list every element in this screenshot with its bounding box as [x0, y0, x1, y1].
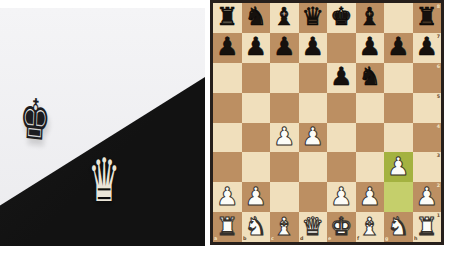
- square-b4[interactable]: [242, 123, 271, 153]
- square-e4[interactable]: [327, 123, 356, 153]
- photo-white-queen-piece: ♛: [88, 150, 118, 210]
- square-f1[interactable]: ♝f: [356, 212, 385, 242]
- square-h7[interactable]: ♟7: [413, 33, 442, 63]
- square-a7[interactable]: ♟: [213, 33, 242, 63]
- square-f3[interactable]: [356, 152, 385, 182]
- piece-white-knight-b1[interactable]: ♞: [245, 214, 267, 239]
- square-g8[interactable]: [384, 3, 413, 33]
- square-g6[interactable]: [384, 63, 413, 93]
- square-a1[interactable]: ♜a: [213, 212, 242, 242]
- rank-label-3: 3: [437, 153, 440, 158]
- square-c3[interactable]: [270, 152, 299, 182]
- piece-white-queen-d1[interactable]: ♛: [302, 214, 324, 239]
- square-g4[interactable]: [384, 123, 413, 153]
- piece-white-rook-h1[interactable]: ♜: [416, 214, 438, 239]
- square-b2[interactable]: ♟: [242, 182, 271, 212]
- square-a4[interactable]: [213, 123, 242, 153]
- rank-label-6: 6: [437, 64, 440, 69]
- piece-white-pawn-h2[interactable]: ♟: [416, 184, 438, 209]
- rank-label-4: 4: [437, 124, 440, 129]
- piece-black-bishop-c8[interactable]: ♝: [273, 4, 295, 29]
- square-f2[interactable]: ♟: [356, 182, 385, 212]
- square-c1[interactable]: ♝c: [270, 212, 299, 242]
- square-a3[interactable]: [213, 152, 242, 182]
- photo-panel: ♚ ♛: [0, 0, 206, 253]
- piece-black-pawn-b7[interactable]: ♟: [245, 34, 267, 59]
- square-c7[interactable]: ♟: [270, 33, 299, 63]
- photo-image: ♚ ♛: [0, 8, 205, 246]
- square-c5[interactable]: [270, 93, 299, 123]
- square-d2[interactable]: [299, 182, 328, 212]
- square-e1[interactable]: ♚e: [327, 212, 356, 242]
- square-c2[interactable]: [270, 182, 299, 212]
- square-h5[interactable]: 5: [413, 93, 442, 123]
- square-b6[interactable]: [242, 63, 271, 93]
- square-b8[interactable]: ♞: [242, 3, 271, 33]
- square-a2[interactable]: ♟: [213, 182, 242, 212]
- square-h8[interactable]: ♜8: [413, 3, 442, 33]
- square-h2[interactable]: ♟2: [413, 182, 442, 212]
- photo-black-king-piece: ♚: [18, 90, 51, 149]
- piece-white-bishop-c1[interactable]: ♝: [273, 214, 295, 239]
- square-c4[interactable]: ♟: [270, 123, 299, 153]
- square-h3[interactable]: 3: [413, 152, 442, 182]
- square-g7[interactable]: ♟: [384, 33, 413, 63]
- square-f6[interactable]: ♞: [356, 63, 385, 93]
- screenshot-root: ♚ ♛ ♜♞♝♛♚♝♜8♟♟♟♟♟♟♟7♟♞65♟♟4♟3♟♟♟♟♟2♜a♞b♝…: [0, 0, 450, 253]
- piece-black-pawn-e6[interactable]: ♟: [330, 64, 352, 89]
- chess-board: ♜♞♝♛♚♝♜8♟♟♟♟♟♟♟7♟♞65♟♟4♟3♟♟♟♟♟2♜a♞b♝c♛d♚…: [213, 3, 441, 242]
- piece-white-king-e1[interactable]: ♚: [330, 214, 352, 239]
- square-d4[interactable]: ♟: [299, 123, 328, 153]
- piece-white-pawn-d4[interactable]: ♟: [302, 124, 324, 149]
- square-g2[interactable]: [384, 182, 413, 212]
- piece-white-rook-a1[interactable]: ♜: [216, 214, 238, 239]
- square-e6[interactable]: ♟: [327, 63, 356, 93]
- square-d3[interactable]: [299, 152, 328, 182]
- square-f5[interactable]: [356, 93, 385, 123]
- piece-black-king-e8[interactable]: ♚: [330, 4, 352, 29]
- square-b5[interactable]: [242, 93, 271, 123]
- square-h1[interactable]: ♜1h: [413, 212, 442, 242]
- piece-white-bishop-f1[interactable]: ♝: [359, 214, 381, 239]
- piece-black-rook-a8[interactable]: ♜: [216, 4, 238, 29]
- square-a6[interactable]: [213, 63, 242, 93]
- square-h4[interactable]: 4: [413, 123, 442, 153]
- square-d6[interactable]: [299, 63, 328, 93]
- square-g5[interactable]: [384, 93, 413, 123]
- rank-label-5: 5: [437, 94, 440, 99]
- piece-white-pawn-a2[interactable]: ♟: [216, 184, 238, 209]
- square-d7[interactable]: ♟: [299, 33, 328, 63]
- piece-black-pawn-f7[interactable]: ♟: [359, 34, 381, 59]
- square-e5[interactable]: [327, 93, 356, 123]
- square-d8[interactable]: ♛: [299, 3, 328, 33]
- square-b1[interactable]: ♞b: [242, 212, 271, 242]
- piece-black-rook-h8[interactable]: ♜: [416, 4, 438, 29]
- piece-white-pawn-e2[interactable]: ♟: [330, 184, 352, 209]
- square-a8[interactable]: ♜: [213, 3, 242, 33]
- piece-black-pawn-c7[interactable]: ♟: [273, 34, 295, 59]
- square-c8[interactable]: ♝: [270, 3, 299, 33]
- square-e8[interactable]: ♚: [327, 3, 356, 33]
- piece-black-queen-d8[interactable]: ♛: [302, 4, 324, 29]
- square-g1[interactable]: ♞g: [384, 212, 413, 242]
- piece-black-pawn-d7[interactable]: ♟: [302, 34, 324, 59]
- chess-board-frame: ♜♞♝♛♚♝♜8♟♟♟♟♟♟♟7♟♞65♟♟4♟3♟♟♟♟♟2♜a♞b♝c♛d♚…: [210, 0, 444, 245]
- square-b3[interactable]: [242, 152, 271, 182]
- square-c6[interactable]: [270, 63, 299, 93]
- piece-white-knight-g1[interactable]: ♞: [387, 214, 409, 239]
- square-a5[interactable]: [213, 93, 242, 123]
- piece-black-pawn-h7[interactable]: ♟: [416, 34, 438, 59]
- square-h6[interactable]: 6: [413, 63, 442, 93]
- square-g3[interactable]: ♟: [384, 152, 413, 182]
- piece-black-pawn-a7[interactable]: ♟: [216, 34, 238, 59]
- piece-black-knight-f6[interactable]: ♞: [359, 64, 381, 89]
- piece-white-pawn-f2[interactable]: ♟: [359, 184, 381, 209]
- square-e7[interactable]: [327, 33, 356, 63]
- square-d5[interactable]: [299, 93, 328, 123]
- square-f7[interactable]: ♟: [356, 33, 385, 63]
- piece-white-pawn-b2[interactable]: ♟: [245, 184, 267, 209]
- piece-black-knight-b8[interactable]: ♞: [245, 4, 267, 29]
- square-e3[interactable]: [327, 152, 356, 182]
- square-d1[interactable]: ♛d: [299, 212, 328, 242]
- piece-black-bishop-f8[interactable]: ♝: [359, 4, 381, 29]
- piece-white-pawn-c4[interactable]: ♟: [273, 124, 295, 149]
- square-e2[interactable]: ♟: [327, 182, 356, 212]
- piece-white-pawn-g3[interactable]: ♟: [387, 154, 409, 179]
- square-f8[interactable]: ♝: [356, 3, 385, 33]
- square-b7[interactable]: ♟: [242, 33, 271, 63]
- piece-black-pawn-g7[interactable]: ♟: [387, 34, 409, 59]
- square-f4[interactable]: [356, 123, 385, 153]
